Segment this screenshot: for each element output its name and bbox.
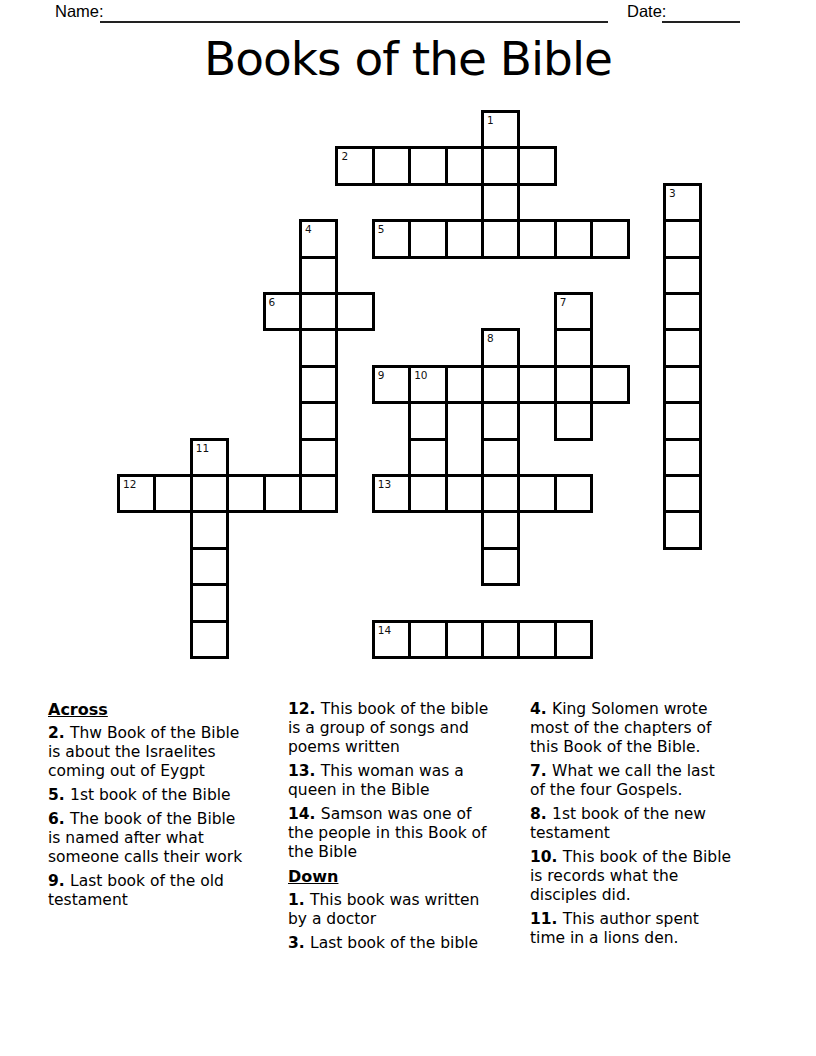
grid-cell[interactable]	[299, 328, 338, 367]
grid-cell[interactable]	[190, 583, 229, 622]
grid-cell[interactable]	[663, 401, 702, 440]
clue-number: 14	[378, 624, 391, 636]
grid-cell[interactable]: 7	[554, 292, 593, 331]
grid-cell[interactable]	[408, 438, 447, 477]
grid-cell[interactable]	[517, 219, 556, 258]
grid-cell[interactable]: 4	[299, 219, 338, 258]
grid-cell[interactable]: 6	[263, 292, 302, 331]
grid-cell[interactable]	[517, 146, 556, 185]
name-blank-line	[100, 3, 608, 23]
clues-section-header-down: Down	[288, 867, 526, 886]
grid-cell[interactable]	[663, 219, 702, 258]
date-blank-line	[662, 3, 740, 23]
grid-cell[interactable]	[445, 620, 484, 659]
grid-cell[interactable]	[190, 547, 229, 586]
grid-cell[interactable]	[554, 365, 593, 404]
grid-cell[interactable]	[408, 219, 447, 258]
grid-cell[interactable]	[408, 146, 447, 185]
grid-cell[interactable]	[190, 620, 229, 659]
grid-cell[interactable]	[663, 474, 702, 513]
clue-text: This book was written by a doctor	[288, 891, 479, 928]
grid-cell[interactable]	[517, 474, 556, 513]
grid-cell[interactable]	[481, 438, 520, 477]
grid-cell[interactable]: 8	[481, 328, 520, 367]
grid-cell[interactable]	[481, 620, 520, 659]
grid-cell[interactable]	[299, 401, 338, 440]
clue-number-label: 5.	[48, 786, 70, 804]
name-label: Name:	[55, 2, 104, 21]
grid-cell[interactable]	[481, 474, 520, 513]
grid-cell[interactable]	[517, 365, 556, 404]
grid-cell[interactable]	[299, 438, 338, 477]
clue-14: 14. Samson was one of the people in this…	[288, 805, 526, 862]
clue-number-label: 9.	[48, 872, 70, 890]
grid-cell[interactable]	[481, 510, 520, 549]
grid-cell[interactable]	[153, 474, 192, 513]
clue-number: 11	[196, 442, 209, 454]
clues-section-header-across: Across	[48, 700, 284, 719]
clue-6: 6. The book of the Bible is named after …	[48, 810, 284, 867]
clue-7: 7. What we call the last of the four Gos…	[530, 762, 770, 800]
grid-cell[interactable]	[481, 401, 520, 440]
grid-cell[interactable]	[590, 365, 629, 404]
clue-number: 1	[487, 114, 494, 126]
clue-number-label: 2.	[48, 724, 70, 742]
clue-number: 6	[269, 296, 276, 308]
clue-number: 7	[560, 296, 567, 308]
clue-number-label: 6.	[48, 810, 70, 828]
clue-number: 8	[487, 332, 494, 344]
grid-cell[interactable]	[445, 146, 484, 185]
clue-number: 10	[414, 369, 427, 381]
grid-cell[interactable]: 11	[190, 438, 229, 477]
grid-cell[interactable]	[408, 474, 447, 513]
grid-cell[interactable]	[481, 183, 520, 222]
page-title: Books of the Bible	[0, 31, 816, 86]
clue-9: 9. Last book of the old testament	[48, 872, 284, 910]
clue-2: 2. Thw Book of the Bible is about the Is…	[48, 724, 284, 781]
grid-cell[interactable]	[554, 474, 593, 513]
grid-cell[interactable]	[554, 219, 593, 258]
clue-text: What we call the last of the four Gospel…	[530, 762, 715, 799]
grid-cell[interactable]	[408, 401, 447, 440]
grid-cell[interactable]	[663, 292, 702, 331]
grid-cell[interactable]	[481, 146, 520, 185]
grid-cell[interactable]	[554, 620, 593, 659]
grid-cell[interactable]: 3	[663, 183, 702, 222]
clues-column-2: 12. This book of the bible is a group of…	[288, 700, 526, 958]
grid-cell[interactable]	[554, 401, 593, 440]
clues-column-3: 4. King Solomen wrote most of the chapte…	[530, 700, 770, 953]
clue-text: 1st book of the Bible	[70, 786, 231, 804]
clue-number: 3	[669, 187, 676, 199]
clue-number-label: 12.	[288, 700, 321, 718]
clue-number: 4	[305, 223, 312, 235]
grid-cell[interactable]	[445, 219, 484, 258]
grid-cell[interactable]	[299, 365, 338, 404]
grid-cell[interactable]	[663, 256, 702, 295]
grid-cell[interactable]	[299, 474, 338, 513]
grid-cell[interactable]	[517, 620, 556, 659]
grid-cell[interactable]	[335, 292, 374, 331]
clue-text: The book of the Bible is named after wha…	[48, 810, 242, 866]
grid-cell[interactable]	[226, 474, 265, 513]
grid-cell[interactable]	[554, 328, 593, 367]
clue-text: Last book of the old testament	[48, 872, 224, 909]
clue-text: King Solomen wrote most of the chapters …	[530, 700, 712, 756]
clue-number-label: 10.	[530, 848, 563, 866]
grid-cell[interactable]	[663, 328, 702, 367]
grid-cell[interactable]	[372, 146, 411, 185]
grid-cell[interactable]	[663, 438, 702, 477]
grid-cell[interactable]	[445, 365, 484, 404]
clues-column-1: Across2. Thw Book of the Bible is about …	[48, 700, 284, 915]
grid-cell[interactable]: 5	[372, 219, 411, 258]
clue-4: 4. King Solomen wrote most of the chapte…	[530, 700, 770, 757]
clue-number-label: 1.	[288, 891, 310, 909]
clue-number: 5	[378, 223, 385, 235]
grid-cell[interactable]	[590, 219, 629, 258]
grid-cell[interactable]: 12	[117, 474, 156, 513]
clue-text: Last book of the bible	[310, 934, 478, 952]
clue-number-label: 3.	[288, 934, 310, 952]
clue-number-label: 11.	[530, 910, 563, 928]
grid-cell[interactable]	[408, 620, 447, 659]
clue-8: 8. 1st book of the new testament	[530, 805, 770, 843]
grid-cell[interactable]	[663, 365, 702, 404]
clue-1: 1. This book was written by a doctor	[288, 891, 526, 929]
grid-cell[interactable]	[299, 292, 338, 331]
clue-text: 1st book of the new testament	[530, 805, 706, 842]
clue-13: 13. This woman was a queen in the Bible	[288, 762, 526, 800]
clue-number-label: 4.	[530, 700, 552, 718]
grid-cell[interactable]	[481, 365, 520, 404]
clue-number: 12	[123, 478, 136, 490]
grid-cell[interactable]	[190, 510, 229, 549]
clue-number: 9	[378, 369, 385, 381]
grid-cell[interactable]: 9	[372, 365, 411, 404]
clue-text: Thw Book of the Bible is about the Israe…	[48, 724, 239, 780]
grid-cell[interactable]	[190, 474, 229, 513]
clue-number-label: 7.	[530, 762, 552, 780]
grid-cell[interactable]: 13	[372, 474, 411, 513]
clue-12: 12. This book of the bible is a group of…	[288, 700, 526, 757]
grid-cell[interactable]	[445, 474, 484, 513]
clue-number: 2	[341, 150, 348, 162]
grid-cell[interactable]	[481, 547, 520, 586]
grid-cell[interactable]	[481, 219, 520, 258]
grid-cell[interactable]: 10	[408, 365, 447, 404]
clue-number: 13	[378, 478, 391, 490]
clue-3: 3. Last book of the bible	[288, 934, 526, 953]
clue-5: 5. 1st book of the Bible	[48, 786, 284, 805]
grid-cell[interactable]	[663, 510, 702, 549]
clue-11: 11. This author spent time in a lions de…	[530, 910, 770, 948]
grid-cell[interactable]	[263, 474, 302, 513]
grid-cell[interactable]	[299, 256, 338, 295]
grid-cell[interactable]: 2	[335, 146, 374, 185]
grid-cell[interactable]: 14	[372, 620, 411, 659]
date-label: Date:	[627, 2, 666, 21]
grid-cell[interactable]: 1	[481, 110, 520, 149]
clue-number-label: 14.	[288, 805, 321, 823]
clue-10: 10. This book of the Bible is records wh…	[530, 848, 770, 905]
clue-number-label: 13.	[288, 762, 321, 780]
clue-number-label: 8.	[530, 805, 552, 823]
